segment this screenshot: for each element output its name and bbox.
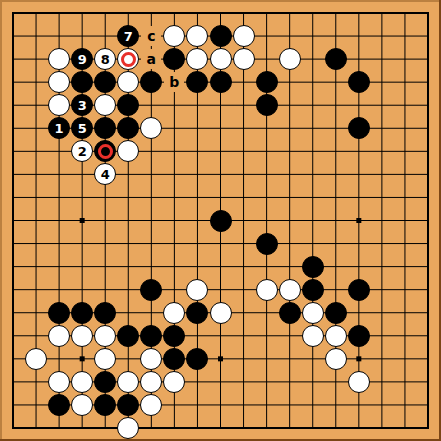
- white-stone: [140, 348, 162, 370]
- marked-stone-ring: [121, 52, 136, 67]
- white-stone: [325, 325, 347, 347]
- go-board-diagram: cab79831524: [0, 0, 441, 441]
- move-number: 8: [101, 53, 110, 66]
- white-stone: [117, 371, 139, 393]
- black-stone: [48, 394, 70, 416]
- white-stone: [256, 279, 278, 301]
- black-stone: [163, 325, 185, 347]
- white-stone: [71, 371, 93, 393]
- black-stone: [348, 279, 370, 301]
- white-stone: [186, 279, 208, 301]
- point-label-a: a: [141, 49, 161, 69]
- white-stone: [94, 348, 116, 370]
- black-stone: [325, 302, 347, 324]
- black-stone: [186, 302, 208, 324]
- black-stone: [94, 302, 116, 324]
- black-stone: [210, 25, 232, 47]
- white-stone: [48, 325, 70, 347]
- black-stone: [348, 71, 370, 93]
- star-point: [356, 356, 361, 361]
- point-label-b: b: [164, 72, 184, 92]
- move-number: 7: [124, 30, 133, 43]
- frame-left: [0, 0, 2, 441]
- white-stone: [210, 48, 232, 70]
- move-number: 1: [55, 122, 64, 135]
- white-stone: [48, 371, 70, 393]
- black-stone: [117, 325, 139, 347]
- white-stone: [71, 394, 93, 416]
- black-stone: [256, 94, 278, 116]
- black-stone: [348, 117, 370, 139]
- go-board[interactable]: cab79831524: [0, 0, 441, 441]
- black-stone: [210, 71, 232, 93]
- black-stone: [210, 210, 232, 232]
- star-point: [218, 356, 223, 361]
- star-point: [356, 218, 361, 223]
- white-stone: [302, 325, 324, 347]
- black-stone: [256, 233, 278, 255]
- black-stone: [94, 394, 116, 416]
- move-number: 2: [78, 145, 87, 158]
- white-stone: [325, 348, 347, 370]
- white-stone: [348, 371, 370, 393]
- point-label-c: c: [141, 26, 161, 46]
- move-number: 4: [101, 168, 110, 181]
- white-stone: [71, 325, 93, 347]
- white-stone: [163, 302, 185, 324]
- black-stone: [325, 48, 347, 70]
- star-point: [80, 218, 85, 223]
- white-stone: [233, 25, 255, 47]
- marked-stone-ring: [98, 144, 113, 159]
- black-stone: [140, 279, 162, 301]
- frame-top: [0, 0, 441, 2]
- white-stone: [25, 348, 47, 370]
- move-number: 5: [78, 122, 87, 135]
- move-number: 9: [78, 53, 87, 66]
- black-stone: [279, 302, 301, 324]
- white-stone: [279, 279, 301, 301]
- black-stone: [348, 325, 370, 347]
- white-stone: [302, 302, 324, 324]
- black-stone: [302, 279, 324, 301]
- black-stone: [71, 302, 93, 324]
- white-stone: [210, 302, 232, 324]
- black-stone: [302, 256, 324, 278]
- black-stone: [48, 302, 70, 324]
- black-stone: [140, 325, 162, 347]
- move-number: 3: [78, 99, 87, 112]
- black-stone: [256, 71, 278, 93]
- white-stone: [279, 48, 301, 70]
- star-point: [80, 356, 85, 361]
- black-stone: [94, 371, 116, 393]
- white-stone: [94, 325, 116, 347]
- white-stone: [233, 48, 255, 70]
